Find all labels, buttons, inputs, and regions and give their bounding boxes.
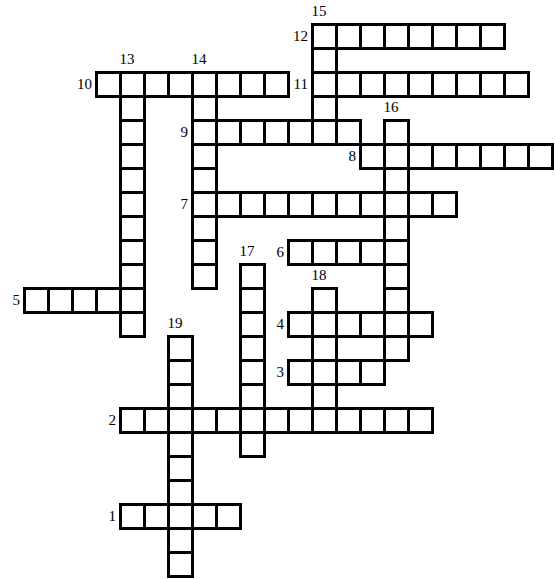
grid-cell[interactable]	[119, 287, 146, 314]
grid-cell[interactable]	[191, 95, 218, 122]
grid-cell[interactable]	[455, 71, 482, 98]
grid-cell[interactable]	[311, 407, 338, 434]
grid-cell[interactable]	[359, 143, 386, 170]
grid-cell[interactable]	[239, 407, 266, 434]
grid-cell[interactable]	[383, 287, 410, 314]
grid-cell[interactable]	[407, 407, 434, 434]
grid-cell[interactable]	[335, 191, 362, 218]
grid-cell[interactable]	[95, 71, 122, 98]
grid-cell[interactable]	[263, 407, 290, 434]
grid-cell[interactable]	[407, 23, 434, 50]
grid-cell[interactable]	[191, 71, 218, 98]
grid-cell[interactable]	[311, 119, 338, 146]
grid-cell[interactable]	[407, 191, 434, 218]
grid-cell[interactable]	[191, 239, 218, 266]
grid-cell[interactable]	[287, 407, 314, 434]
clue-number-13: 13	[105, 51, 149, 67]
grid-cell[interactable]	[191, 503, 218, 530]
grid-cell[interactable]	[143, 503, 170, 530]
grid-cell[interactable]	[239, 287, 266, 314]
clue-number-18: 18	[297, 267, 341, 283]
grid-cell[interactable]	[383, 167, 410, 194]
grid-cell[interactable]	[479, 143, 506, 170]
grid-cell[interactable]	[359, 23, 386, 50]
grid-cell[interactable]	[287, 119, 314, 146]
clue-number-16: 16	[369, 99, 413, 115]
grid-cell[interactable]	[191, 143, 218, 170]
grid-cell[interactable]	[263, 191, 290, 218]
grid-cell[interactable]	[167, 335, 194, 362]
clue-number-14: 14	[177, 51, 221, 67]
grid-cell[interactable]	[335, 23, 362, 50]
grid-cell[interactable]	[119, 167, 146, 194]
grid-cell[interactable]	[311, 95, 338, 122]
grid-cell[interactable]	[383, 215, 410, 242]
grid-cell[interactable]	[215, 407, 242, 434]
grid-cell[interactable]	[167, 503, 194, 530]
grid-cell[interactable]	[359, 191, 386, 218]
grid-cell[interactable]	[335, 239, 362, 266]
clue-number-4: 4	[240, 316, 284, 332]
clue-number-5: 5	[0, 292, 20, 308]
grid-cell[interactable]	[359, 71, 386, 98]
grid-cell[interactable]	[311, 359, 338, 386]
grid-cell[interactable]	[191, 119, 218, 146]
grid-cell[interactable]	[455, 23, 482, 50]
clue-number-19: 19	[153, 315, 197, 331]
grid-cell[interactable]	[215, 71, 242, 98]
grid-cell[interactable]	[23, 287, 50, 314]
grid-cell[interactable]	[215, 503, 242, 530]
clue-number-8: 8	[312, 148, 356, 164]
grid-cell[interactable]	[359, 239, 386, 266]
grid-cell[interactable]	[383, 191, 410, 218]
grid-cell[interactable]	[359, 311, 386, 338]
grid-cell[interactable]	[287, 311, 314, 338]
grid-cell[interactable]	[167, 527, 194, 554]
grid-cell[interactable]	[479, 23, 506, 50]
grid-cell[interactable]	[383, 71, 410, 98]
grid-cell[interactable]	[455, 143, 482, 170]
grid-cell[interactable]	[503, 143, 530, 170]
grid-cell[interactable]	[383, 335, 410, 362]
grid-cell[interactable]	[359, 359, 386, 386]
grid-cell[interactable]	[239, 431, 266, 458]
grid-cell[interactable]	[407, 71, 434, 98]
grid-cell[interactable]	[167, 479, 194, 506]
grid-cell[interactable]	[383, 263, 410, 290]
grid-cell[interactable]	[143, 407, 170, 434]
grid-cell[interactable]	[383, 239, 410, 266]
grid-cell[interactable]	[119, 95, 146, 122]
grid-cell[interactable]	[383, 143, 410, 170]
grid-cell[interactable]	[119, 191, 146, 218]
grid-cell[interactable]	[239, 191, 266, 218]
grid-cell[interactable]	[167, 359, 194, 386]
grid-cell[interactable]	[47, 287, 74, 314]
clue-number-11: 11	[264, 76, 308, 92]
grid-cell[interactable]	[335, 119, 362, 146]
grid-cell[interactable]	[479, 71, 506, 98]
grid-cell[interactable]	[407, 311, 434, 338]
grid-cell[interactable]	[167, 455, 194, 482]
grid-cell[interactable]	[431, 23, 458, 50]
grid-cell[interactable]	[191, 191, 218, 218]
grid-cell[interactable]	[119, 239, 146, 266]
grid-cell[interactable]	[119, 143, 146, 170]
grid-cell[interactable]	[239, 383, 266, 410]
grid-cell[interactable]	[191, 215, 218, 242]
grid-cell[interactable]	[311, 71, 338, 98]
clue-number-9: 9	[144, 124, 188, 140]
grid-cell[interactable]	[167, 551, 194, 578]
grid-cell[interactable]	[263, 119, 290, 146]
grid-cell[interactable]	[359, 407, 386, 434]
grid-cell[interactable]	[431, 71, 458, 98]
grid-cell[interactable]	[239, 335, 266, 362]
grid-cell[interactable]	[119, 407, 146, 434]
grid-cell[interactable]	[311, 287, 338, 314]
grid-cell[interactable]	[287, 239, 314, 266]
grid-cell[interactable]	[71, 287, 98, 314]
grid-cell[interactable]	[431, 143, 458, 170]
grid-cell[interactable]	[383, 407, 410, 434]
crossword-board: 12345678910111213141516171819	[0, 0, 555, 579]
grid-cell[interactable]	[215, 119, 242, 146]
grid-cell[interactable]	[335, 359, 362, 386]
grid-cell[interactable]	[239, 263, 266, 290]
grid-cell[interactable]	[383, 23, 410, 50]
grid-cell[interactable]	[239, 119, 266, 146]
grid-cell[interactable]	[143, 71, 170, 98]
grid-cell[interactable]	[167, 407, 194, 434]
grid-cell[interactable]	[191, 167, 218, 194]
clue-number-2: 2	[72, 412, 116, 428]
grid-cell[interactable]	[167, 431, 194, 458]
clue-number-15: 15	[297, 3, 341, 19]
grid-cell[interactable]	[311, 191, 338, 218]
grid-cell[interactable]	[335, 311, 362, 338]
clue-number-3: 3	[240, 364, 284, 380]
clue-number-1: 1	[72, 508, 116, 524]
clue-number-12: 12	[264, 28, 308, 44]
grid-cell[interactable]	[311, 239, 338, 266]
grid-cell[interactable]	[119, 71, 146, 98]
grid-cell[interactable]	[311, 335, 338, 362]
grid-cell[interactable]	[287, 191, 314, 218]
grid-cell[interactable]	[335, 71, 362, 98]
grid-cell[interactable]	[503, 71, 530, 98]
grid-cell[interactable]	[239, 71, 266, 98]
grid-cell[interactable]	[119, 311, 146, 338]
grid-cell[interactable]	[311, 311, 338, 338]
grid-cell[interactable]	[215, 191, 242, 218]
grid-cell[interactable]	[335, 407, 362, 434]
clue-number-17: 17	[225, 243, 269, 259]
grid-cell[interactable]	[167, 71, 194, 98]
grid-cell[interactable]	[383, 119, 410, 146]
grid-cell[interactable]	[119, 119, 146, 146]
grid-cell[interactable]	[167, 383, 194, 410]
grid-cell[interactable]	[191, 263, 218, 290]
grid-cell[interactable]	[191, 407, 218, 434]
grid-cell[interactable]	[407, 143, 434, 170]
grid-cell[interactable]	[311, 47, 338, 74]
grid-cell[interactable]	[311, 23, 338, 50]
grid-cell[interactable]	[119, 263, 146, 290]
grid-cell[interactable]	[119, 215, 146, 242]
grid-cell[interactable]	[431, 191, 458, 218]
grid-cell[interactable]	[287, 359, 314, 386]
grid-cell[interactable]	[527, 143, 554, 170]
grid-cell[interactable]	[311, 383, 338, 410]
grid-cell[interactable]	[383, 311, 410, 338]
grid-cell[interactable]	[95, 287, 122, 314]
grid-cell[interactable]	[119, 503, 146, 530]
clue-number-7: 7	[144, 196, 188, 212]
clue-number-10: 10	[48, 76, 92, 92]
